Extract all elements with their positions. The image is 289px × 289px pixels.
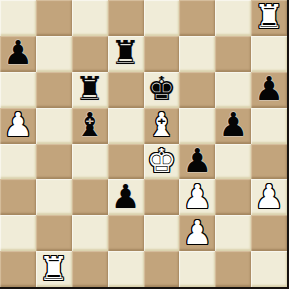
- piece-white-pawn[interactable]: ♟: [183, 180, 213, 213]
- square-b6[interactable]: [36, 72, 72, 108]
- square-f5[interactable]: [179, 108, 215, 144]
- square-h8[interactable]: ♜: [251, 0, 287, 36]
- square-f8[interactable]: [179, 0, 215, 36]
- square-b4[interactable]: [36, 144, 72, 180]
- square-e1[interactable]: [144, 251, 180, 287]
- square-g3[interactable]: [215, 179, 251, 215]
- square-e8[interactable]: [144, 0, 180, 36]
- piece-black-king[interactable]: ♚: [147, 72, 177, 105]
- square-a1[interactable]: [0, 251, 36, 287]
- square-g6[interactable]: [215, 72, 251, 108]
- chess-board: ♜♟♜♜♚♟♟♝♝♟♚♟♟♟♟♟♜: [0, 0, 289, 289]
- square-c6[interactable]: ♜: [72, 72, 108, 108]
- square-f1[interactable]: [179, 251, 215, 287]
- square-g1[interactable]: [215, 251, 251, 287]
- square-e2[interactable]: [144, 215, 180, 251]
- piece-white-pawn[interactable]: ♟: [254, 180, 284, 213]
- square-d1[interactable]: [108, 251, 144, 287]
- square-h7[interactable]: [251, 36, 287, 72]
- square-d7[interactable]: ♜: [108, 36, 144, 72]
- square-e7[interactable]: [144, 36, 180, 72]
- square-b3[interactable]: [36, 179, 72, 215]
- piece-black-pawn[interactable]: ♟: [3, 36, 33, 69]
- square-a2[interactable]: [0, 215, 36, 251]
- piece-white-king[interactable]: ♚: [147, 144, 177, 177]
- square-d3[interactable]: ♟: [108, 179, 144, 215]
- square-d8[interactable]: [108, 0, 144, 36]
- square-c7[interactable]: [72, 36, 108, 72]
- piece-white-rook[interactable]: ♜: [39, 252, 69, 285]
- square-a8[interactable]: [0, 0, 36, 36]
- square-a6[interactable]: [0, 72, 36, 108]
- square-f7[interactable]: [179, 36, 215, 72]
- square-a7[interactable]: ♟: [0, 36, 36, 72]
- square-e6[interactable]: ♚: [144, 72, 180, 108]
- square-b8[interactable]: [36, 0, 72, 36]
- square-f4[interactable]: ♟: [179, 144, 215, 180]
- square-c5[interactable]: ♝: [72, 108, 108, 144]
- piece-white-pawn[interactable]: ♟: [183, 216, 213, 249]
- square-h2[interactable]: [251, 215, 287, 251]
- square-a5[interactable]: ♟: [0, 108, 36, 144]
- square-g2[interactable]: [215, 215, 251, 251]
- piece-black-pawn[interactable]: ♟: [218, 108, 248, 141]
- square-d4[interactable]: [108, 144, 144, 180]
- square-h3[interactable]: ♟: [251, 179, 287, 215]
- square-g5[interactable]: ♟: [215, 108, 251, 144]
- piece-black-rook[interactable]: ♜: [75, 72, 105, 105]
- square-d6[interactable]: [108, 72, 144, 108]
- piece-white-bishop[interactable]: ♝: [147, 108, 177, 141]
- square-c2[interactable]: [72, 215, 108, 251]
- piece-black-pawn[interactable]: ♟: [254, 72, 284, 105]
- square-h5[interactable]: [251, 108, 287, 144]
- square-f6[interactable]: [179, 72, 215, 108]
- piece-white-pawn[interactable]: ♟: [3, 108, 33, 141]
- piece-black-pawn[interactable]: ♟: [183, 144, 213, 177]
- square-c3[interactable]: [72, 179, 108, 215]
- square-d5[interactable]: [108, 108, 144, 144]
- square-h4[interactable]: [251, 144, 287, 180]
- piece-black-pawn[interactable]: ♟: [111, 180, 141, 213]
- square-c1[interactable]: [72, 251, 108, 287]
- square-e4[interactable]: ♚: [144, 144, 180, 180]
- square-d2[interactable]: [108, 215, 144, 251]
- square-c8[interactable]: [72, 0, 108, 36]
- square-c4[interactable]: [72, 144, 108, 180]
- square-a3[interactable]: [0, 179, 36, 215]
- square-f2[interactable]: ♟: [179, 215, 215, 251]
- square-b1[interactable]: ♜: [36, 251, 72, 287]
- square-h1[interactable]: [251, 251, 287, 287]
- square-b2[interactable]: [36, 215, 72, 251]
- square-f3[interactable]: ♟: [179, 179, 215, 215]
- square-a4[interactable]: [0, 144, 36, 180]
- square-b7[interactable]: [36, 36, 72, 72]
- square-e3[interactable]: [144, 179, 180, 215]
- square-e5[interactable]: ♝: [144, 108, 180, 144]
- piece-black-bishop[interactable]: ♝: [75, 108, 105, 141]
- piece-black-rook[interactable]: ♜: [111, 36, 141, 69]
- piece-white-rook[interactable]: ♜: [254, 0, 284, 33]
- square-g7[interactable]: [215, 36, 251, 72]
- square-g4[interactable]: [215, 144, 251, 180]
- square-b5[interactable]: [36, 108, 72, 144]
- square-h6[interactable]: ♟: [251, 72, 287, 108]
- square-g8[interactable]: [215, 0, 251, 36]
